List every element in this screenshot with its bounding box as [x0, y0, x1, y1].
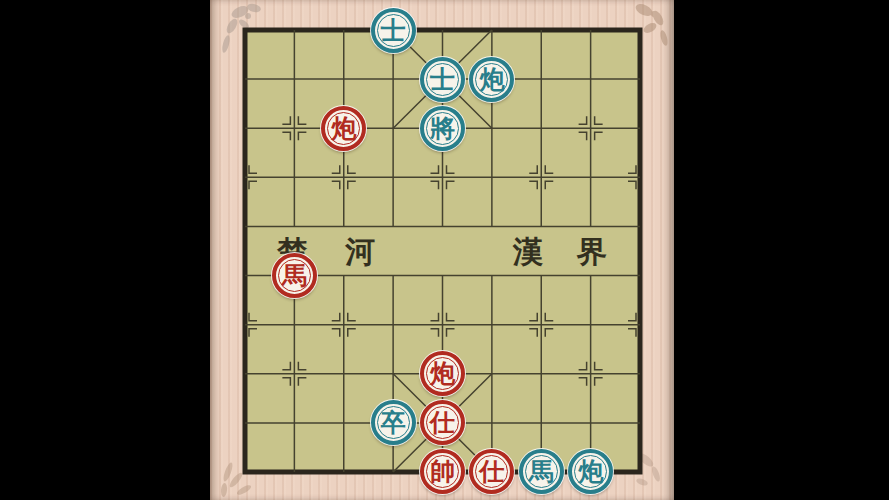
piece-glyph: 仕 — [479, 459, 504, 484]
piece-black-cannon[interactable]: 炮 — [469, 57, 514, 102]
piece-glyph: 炮 — [578, 459, 603, 484]
piece-glyph: 馬 — [529, 459, 554, 484]
piece-red-horse[interactable]: 馬 — [272, 253, 317, 298]
piece-glyph: 炮 — [479, 67, 504, 92]
piece-glyph: 炮 — [430, 361, 455, 386]
piece-black-soldier[interactable]: 卒 — [371, 400, 416, 445]
piece-black-horse[interactable]: 馬 — [519, 449, 564, 494]
game-stage: 楚河漢界 士士炮炮將馬炮卒仕帥仕馬炮 — [210, 0, 674, 500]
piece-glyph: 帥 — [430, 459, 455, 484]
piece-black-cannon[interactable]: 炮 — [568, 449, 613, 494]
piece-glyph: 士 — [381, 18, 406, 43]
pieces-layer: 士士炮炮將馬炮卒仕帥仕馬炮 — [210, 0, 674, 500]
piece-red-cannon[interactable]: 炮 — [420, 351, 465, 396]
piece-red-advisor[interactable]: 仕 — [420, 400, 465, 445]
piece-black-general[interactable]: 將 — [420, 106, 465, 151]
letterbox-right — [674, 0, 889, 500]
piece-glyph: 炮 — [331, 116, 356, 141]
piece-glyph: 仕 — [430, 410, 455, 435]
letterbox-left — [0, 0, 210, 500]
piece-red-advisor[interactable]: 仕 — [469, 449, 514, 494]
piece-black-advisor[interactable]: 士 — [420, 57, 465, 102]
piece-red-general[interactable]: 帥 — [420, 449, 465, 494]
piece-glyph: 士 — [430, 67, 455, 92]
piece-glyph: 將 — [430, 116, 455, 141]
piece-glyph: 卒 — [381, 410, 406, 435]
screen: { "game": "xiangqi", "position": { "fen"… — [0, 0, 889, 500]
piece-red-cannon[interactable]: 炮 — [321, 106, 366, 151]
piece-black-advisor[interactable]: 士 — [371, 8, 416, 53]
piece-glyph: 馬 — [282, 263, 307, 288]
